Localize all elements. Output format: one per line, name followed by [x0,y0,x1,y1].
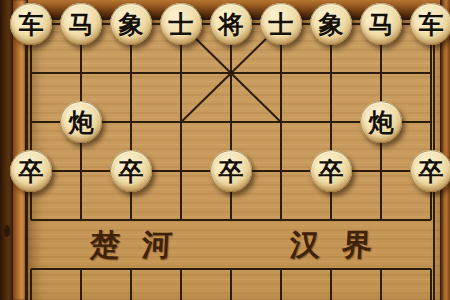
grid-line [330,269,332,300]
piece-black-advisor[interactable]: 士 [260,3,302,45]
piece-glyph: 卒 [19,159,44,184]
grid-line [380,269,382,300]
river-label-chu-he: 楚河 [30,228,232,262]
piece-black-advisor[interactable]: 士 [160,3,202,45]
piece-black-soldier[interactable]: 卒 [10,150,52,192]
piece-glyph: 象 [119,12,144,37]
piece-glyph: 士 [169,12,194,37]
grid-line [180,269,182,300]
board-frame-right [440,0,450,300]
river-label-han-jie: 汉界 [230,228,432,262]
grid-line [280,269,282,300]
piece-black-elephant[interactable]: 象 [110,3,152,45]
piece-glyph: 炮 [69,110,94,135]
piece-black-soldier[interactable]: 卒 [110,150,152,192]
piece-glyph: 炮 [369,110,394,135]
piece-black-soldier[interactable]: 卒 [310,150,352,192]
piece-black-elephant[interactable]: 象 [310,3,352,45]
piece-glyph: 士 [269,12,294,37]
piece-glyph: 马 [69,12,94,37]
piece-glyph: 车 [419,12,444,37]
piece-glyph: 将 [219,12,244,37]
table-edge-plank [0,0,13,300]
piece-glyph: 马 [369,12,394,37]
piece-glyph: 卒 [219,159,244,184]
piece-black-cannon[interactable]: 炮 [360,101,402,143]
piece-glyph: 象 [319,12,344,37]
grid-line [230,269,232,300]
grid-line [130,269,132,300]
piece-black-cannon[interactable]: 炮 [60,101,102,143]
piece-black-soldier[interactable]: 卒 [410,150,450,192]
piece-black-general[interactable]: 将 [210,3,252,45]
grid-line [30,269,32,300]
piece-black-soldier[interactable]: 卒 [210,150,252,192]
piece-glyph: 卒 [319,159,344,184]
grid-line [430,269,432,300]
piece-black-chariot[interactable]: 车 [410,3,450,45]
piece-black-horse[interactable]: 马 [360,3,402,45]
piece-glyph: 车 [19,12,44,37]
piece-glyph: 卒 [419,159,444,184]
grid-line [80,269,82,300]
piece-black-horse[interactable]: 马 [60,3,102,45]
piece-black-chariot[interactable]: 车 [10,3,52,45]
piece-glyph: 卒 [119,159,144,184]
xiangqi-game-screen: 楚河 汉界 车马象士将士象马车炮炮卒卒卒卒卒 [0,0,450,300]
